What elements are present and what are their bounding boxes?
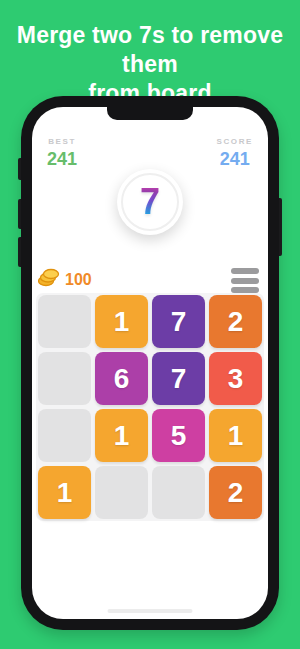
tile-7-r1c3[interactable]: 7 [152, 295, 205, 348]
tile-1-r3c2[interactable]: 1 [95, 409, 148, 462]
empty-cell-r1c1 [38, 295, 91, 348]
tile-5-r3c3[interactable]: 5 [152, 409, 205, 462]
best-label: BEST [47, 137, 77, 146]
empty-cell-r4c2 [95, 466, 148, 519]
coin-stack-icon [38, 268, 61, 291]
tutorial-caption: Merge two 7s to remove them from board [0, 21, 300, 108]
tile-2-r4c4[interactable]: 2 [209, 466, 262, 519]
tile-1-r4c1[interactable]: 1 [38, 466, 91, 519]
game-board: 17267315112 [36, 293, 264, 521]
tile-1-r3c4[interactable]: 1 [209, 409, 262, 462]
coin-amount: 100 [65, 271, 92, 289]
score-value: 241 [217, 149, 253, 170]
menu-bar [231, 268, 259, 274]
tile-7-r2c3[interactable]: 7 [152, 352, 205, 405]
empty-cell-r4c3 [152, 466, 205, 519]
best-score-block: BEST 241 [47, 137, 77, 170]
tile-6-r2c2[interactable]: 6 [95, 352, 148, 405]
phone-frame: BEST 241 SCORE 241 7 100 17267 [21, 96, 279, 630]
current-score-block: SCORE 241 [217, 137, 253, 170]
best-value: 241 [47, 149, 77, 170]
next-tile-badge: 7 [117, 169, 183, 235]
tile-2-r1c4[interactable]: 2 [209, 295, 262, 348]
empty-cell-r2c1 [38, 352, 91, 405]
tile-3-r2c4[interactable]: 3 [209, 352, 262, 405]
score-label: SCORE [217, 137, 253, 146]
caption-line-1: Merge two 7s to remove them [0, 21, 300, 79]
coin-counter[interactable]: 100 [38, 268, 92, 291]
menu-bar [231, 278, 259, 284]
home-indicator[interactable] [108, 609, 193, 613]
phone-notch [107, 107, 193, 120]
tile-1-r1c2[interactable]: 1 [95, 295, 148, 348]
next-tile-number: 7 [140, 184, 160, 220]
game-screen: BEST 241 SCORE 241 7 100 17267 [32, 107, 268, 619]
hamburger-menu-icon[interactable] [231, 268, 259, 293]
empty-cell-r3c1 [38, 409, 91, 462]
